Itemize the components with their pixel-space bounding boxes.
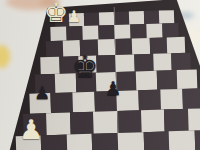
white-pawn-b8[interactable]: ♟ <box>67 9 81 25</box>
chessboard-photo: ♚♟♚♟♟♟ <box>0 0 200 150</box>
white-pawn-a1[interactable]: ♟ <box>19 116 43 143</box>
white-king-a8[interactable]: ♚ <box>44 0 68 26</box>
black-pawn-e4[interactable]: ♟ <box>104 79 121 98</box>
black-pawn-a3[interactable]: ♟ <box>34 84 50 102</box>
black-king-d5[interactable]: ♚ <box>72 52 99 82</box>
pieces-layer: ♚♟♚♟♟♟ <box>0 0 200 150</box>
